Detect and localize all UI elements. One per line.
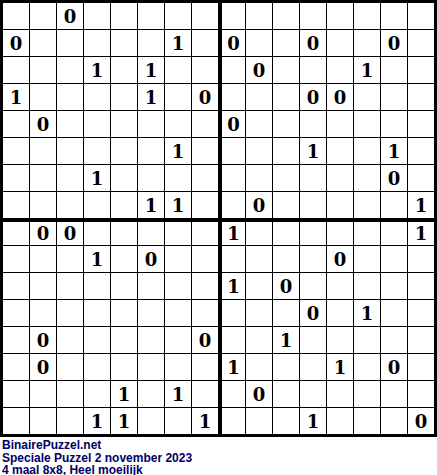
cell-r16c16: 0 — [408, 408, 434, 434]
cell-r12c12: 0 — [300, 300, 326, 326]
cell-r2c10[interactable] — [246, 30, 272, 56]
cell-r9c1[interactable] — [3, 219, 29, 245]
cell-r15c10: 0 — [246, 381, 272, 407]
cell-r10c6: 0 — [138, 246, 164, 272]
cell-r11c15[interactable] — [381, 273, 407, 299]
cell-r14c6[interactable] — [138, 354, 164, 380]
cell-r3c5[interactable] — [111, 57, 137, 83]
cell-r11c12[interactable] — [300, 273, 326, 299]
cell-r14c7[interactable] — [165, 354, 191, 380]
cell-r1c7[interactable] — [165, 3, 191, 29]
cell-r14c3[interactable] — [57, 354, 83, 380]
cell-r9c2: 0 — [30, 219, 56, 245]
cell-r9c15[interactable] — [381, 219, 407, 245]
cell-r16c8: 1 — [192, 408, 218, 434]
cell-r1c9[interactable] — [219, 3, 245, 29]
cell-r12c15[interactable] — [381, 300, 407, 326]
cell-r10c9[interactable] — [219, 246, 245, 272]
cell-r16c11[interactable] — [273, 408, 299, 434]
cell-r13c16[interactable] — [408, 327, 434, 353]
cell-r2c4[interactable] — [84, 30, 110, 56]
cell-r11c6[interactable] — [138, 273, 164, 299]
cell-r9c4[interactable] — [84, 219, 110, 245]
cell-r7c15: 0 — [381, 165, 407, 191]
cell-r12c1[interactable] — [3, 300, 29, 326]
cell-r4c15[interactable] — [381, 84, 407, 110]
cell-r15c7: 1 — [165, 381, 191, 407]
cell-r3c10: 0 — [246, 57, 272, 83]
cell-r13c13[interactable] — [327, 327, 353, 353]
cell-r9c13[interactable] — [327, 219, 353, 245]
cell-r2c5[interactable] — [111, 30, 137, 56]
cell-r16c2[interactable] — [30, 408, 56, 434]
cell-r14c13: 1 — [327, 354, 353, 380]
cell-r15c1[interactable] — [3, 381, 29, 407]
cell-r9c11[interactable] — [273, 219, 299, 245]
cell-r8c3[interactable] — [57, 192, 83, 218]
cell-r8c12[interactable] — [300, 192, 326, 218]
cell-r14c4[interactable] — [84, 354, 110, 380]
cell-r2c2[interactable] — [30, 30, 56, 56]
cell-r16c6[interactable] — [138, 408, 164, 434]
cell-r9c8[interactable] — [192, 219, 218, 245]
cell-r16c13[interactable] — [327, 408, 353, 434]
cell-r8c2[interactable] — [30, 192, 56, 218]
cell-r5c16[interactable] — [408, 111, 434, 137]
cell-r16c4: 1 — [84, 408, 110, 434]
cell-r3c14: 1 — [354, 57, 380, 83]
cell-r7c6[interactable] — [138, 165, 164, 191]
cell-r3c7[interactable] — [165, 57, 191, 83]
cell-r15c6[interactable] — [138, 381, 164, 407]
cell-r6c13[interactable] — [327, 138, 353, 164]
cell-r7c11[interactable] — [273, 165, 299, 191]
cell-r1c13[interactable] — [327, 3, 353, 29]
cell-r1c3: 0 — [57, 3, 83, 29]
cell-r8c6: 1 — [138, 192, 164, 218]
cell-r2c9: 0 — [219, 30, 245, 56]
cell-r7c13[interactable] — [327, 165, 353, 191]
cell-r3c12[interactable] — [300, 57, 326, 83]
cell-r14c14[interactable] — [354, 354, 380, 380]
cell-r12c6[interactable] — [138, 300, 164, 326]
cell-r14c12[interactable] — [300, 354, 326, 380]
cell-r3c4: 1 — [84, 57, 110, 83]
cell-r5c14[interactable] — [354, 111, 380, 137]
cell-r13c11: 1 — [273, 327, 299, 353]
cell-r11c5[interactable] — [111, 273, 137, 299]
cell-r6c10[interactable] — [246, 138, 272, 164]
cell-r6c6[interactable] — [138, 138, 164, 164]
cell-r6c12: 1 — [300, 138, 326, 164]
cell-r9c9: 1 — [219, 219, 245, 245]
cell-r1c10[interactable] — [246, 3, 272, 29]
cell-r2c12: 0 — [300, 30, 326, 56]
cell-r2c14[interactable] — [354, 30, 380, 56]
cell-r14c8[interactable] — [192, 354, 218, 380]
cell-r10c15[interactable] — [381, 246, 407, 272]
cell-r1c5[interactable] — [111, 3, 137, 29]
cell-r13c3[interactable] — [57, 327, 83, 353]
cell-r13c8: 0 — [192, 327, 218, 353]
cell-r4c1: 1 — [3, 84, 29, 110]
cell-r1c2[interactable] — [30, 3, 56, 29]
cell-r10c8[interactable] — [192, 246, 218, 272]
cell-r2c11[interactable] — [273, 30, 299, 56]
cell-r10c7[interactable] — [165, 246, 191, 272]
cell-r14c11[interactable] — [273, 354, 299, 380]
cell-r13c4[interactable] — [84, 327, 110, 353]
cell-r9c6[interactable] — [138, 219, 164, 245]
cell-r15c5: 1 — [111, 381, 137, 407]
cell-r14c1[interactable] — [3, 354, 29, 380]
cell-r16c5: 1 — [111, 408, 137, 434]
cell-r5c4[interactable] — [84, 111, 110, 137]
cell-r12c10[interactable] — [246, 300, 272, 326]
cell-r9c12[interactable] — [300, 219, 326, 245]
cell-r12c4[interactable] — [84, 300, 110, 326]
cell-r12c3[interactable] — [57, 300, 83, 326]
cell-r10c1[interactable] — [3, 246, 29, 272]
cell-r7c9[interactable] — [219, 165, 245, 191]
cell-r14c10[interactable] — [246, 354, 272, 380]
cell-r13c9[interactable] — [219, 327, 245, 353]
cell-r10c12[interactable] — [300, 246, 326, 272]
cell-r9c16: 1 — [408, 219, 434, 245]
cell-r2c6[interactable] — [138, 30, 164, 56]
cell-r3c8[interactable] — [192, 57, 218, 83]
cell-r4c3[interactable] — [57, 84, 83, 110]
cell-r8c1[interactable] — [3, 192, 29, 218]
cell-r2c13[interactable] — [327, 30, 353, 56]
cell-r10c10[interactable] — [246, 246, 272, 272]
cell-r4c7[interactable] — [165, 84, 191, 110]
cell-r16c3[interactable] — [57, 408, 83, 434]
cell-r16c12: 1 — [300, 408, 326, 434]
cell-r10c11[interactable] — [273, 246, 299, 272]
cell-r14c5[interactable] — [111, 354, 137, 380]
cell-r5c7[interactable] — [165, 111, 191, 137]
cell-r8c7: 1 — [165, 192, 191, 218]
cell-r5c6[interactable] — [138, 111, 164, 137]
cell-r4c9[interactable] — [219, 84, 245, 110]
cell-r16c9[interactable] — [219, 408, 245, 434]
cell-r16c15[interactable] — [381, 408, 407, 434]
cell-r3c11[interactable] — [273, 57, 299, 83]
cell-r13c5[interactable] — [111, 327, 137, 353]
cell-r10c13: 0 — [327, 246, 353, 272]
cell-r13c10[interactable] — [246, 327, 272, 353]
cell-r10c14[interactable] — [354, 246, 380, 272]
cell-r7c7[interactable] — [165, 165, 191, 191]
cell-r5c13[interactable] — [327, 111, 353, 137]
cell-r11c3[interactable] — [57, 273, 83, 299]
cell-r2c3[interactable] — [57, 30, 83, 56]
cell-r3c3[interactable] — [57, 57, 83, 83]
cell-r1c14[interactable] — [354, 3, 380, 29]
cell-r8c14[interactable] — [354, 192, 380, 218]
cell-r7c3[interactable] — [57, 165, 83, 191]
cell-r5c2: 0 — [30, 111, 56, 137]
cell-r11c8[interactable] — [192, 273, 218, 299]
cell-r4c8: 0 — [192, 84, 218, 110]
footer-puzzle-info: 4 maal 8x8, Heel moeilijk — [2, 464, 435, 475]
cell-r10c3[interactable] — [57, 246, 83, 272]
cell-r11c7[interactable] — [165, 273, 191, 299]
cell-r11c2[interactable] — [30, 273, 56, 299]
cell-r2c15: 0 — [381, 30, 407, 56]
cell-r14c16[interactable] — [408, 354, 434, 380]
cell-r7c16[interactable] — [408, 165, 434, 191]
cell-r3c13[interactable] — [327, 57, 353, 83]
cell-r13c14[interactable] — [354, 327, 380, 353]
cell-r12c8[interactable] — [192, 300, 218, 326]
cell-r11c14[interactable] — [354, 273, 380, 299]
cell-r5c5[interactable] — [111, 111, 137, 137]
cell-r13c6[interactable] — [138, 327, 164, 353]
cell-r7c10[interactable] — [246, 165, 272, 191]
cell-r15c16[interactable] — [408, 381, 434, 407]
cell-r15c8[interactable] — [192, 381, 218, 407]
cell-r6c4[interactable] — [84, 138, 110, 164]
cell-r11c9: 1 — [219, 273, 245, 299]
cell-r2c7: 1 — [165, 30, 191, 56]
puzzle-page: 0010001101110000011110110100111001001001… — [0, 0, 437, 475]
cell-r16c14[interactable] — [354, 408, 380, 434]
cell-r8c10: 0 — [246, 192, 272, 218]
cell-r6c2[interactable] — [30, 138, 56, 164]
cell-r6c5[interactable] — [111, 138, 137, 164]
cell-r10c5[interactable] — [111, 246, 137, 272]
cell-r1c11[interactable] — [273, 3, 299, 29]
cell-r5c12[interactable] — [300, 111, 326, 137]
cell-r3c15[interactable] — [381, 57, 407, 83]
cell-r16c7[interactable] — [165, 408, 191, 434]
cell-r12c14: 1 — [354, 300, 380, 326]
cell-r13c12[interactable] — [300, 327, 326, 353]
cell-r4c2[interactable] — [30, 84, 56, 110]
cell-r6c8[interactable] — [192, 138, 218, 164]
puzzle-board: 0010001101110000011110110100111001001001… — [0, 0, 437, 437]
cell-r4c11[interactable] — [273, 84, 299, 110]
cell-r11c13[interactable] — [327, 273, 353, 299]
cell-r10c2[interactable] — [30, 246, 56, 272]
cell-r13c2: 0 — [30, 327, 56, 353]
cell-r6c9[interactable] — [219, 138, 245, 164]
cell-r9c14[interactable] — [354, 219, 380, 245]
cell-r8c4[interactable] — [84, 192, 110, 218]
cell-r10c16[interactable] — [408, 246, 434, 272]
cell-r11c4[interactable] — [84, 273, 110, 299]
cell-r12c11[interactable] — [273, 300, 299, 326]
cell-r1c16[interactable] — [408, 3, 434, 29]
cell-r6c7: 1 — [165, 138, 191, 164]
cell-r14c9: 1 — [219, 354, 245, 380]
cell-r15c12[interactable] — [300, 381, 326, 407]
cell-r12c9[interactable] — [219, 300, 245, 326]
cell-r12c16[interactable] — [408, 300, 434, 326]
cell-r1c4[interactable] — [84, 3, 110, 29]
cell-r14c2: 0 — [30, 354, 56, 380]
cell-r4c12: 0 — [300, 84, 326, 110]
cell-r11c1[interactable] — [3, 273, 29, 299]
cell-r3c9[interactable] — [219, 57, 245, 83]
cell-r3c6: 1 — [138, 57, 164, 83]
cell-r8c16: 1 — [408, 192, 434, 218]
cell-r2c16[interactable] — [408, 30, 434, 56]
cell-r7c5[interactable] — [111, 165, 137, 191]
cell-r5c10[interactable] — [246, 111, 272, 137]
cell-r9c7[interactable] — [165, 219, 191, 245]
cell-r5c9: 0 — [219, 111, 245, 137]
cell-r14c15: 0 — [381, 354, 407, 380]
cell-r13c15[interactable] — [381, 327, 407, 353]
cell-r4c14[interactable] — [354, 84, 380, 110]
cell-r16c10[interactable] — [246, 408, 272, 434]
cell-r6c16[interactable] — [408, 138, 434, 164]
cell-r11c11: 0 — [273, 273, 299, 299]
cell-r7c8[interactable] — [192, 165, 218, 191]
cell-r8c13[interactable] — [327, 192, 353, 218]
cell-r7c1[interactable] — [3, 165, 29, 191]
cell-r7c12[interactable] — [300, 165, 326, 191]
cell-r4c10[interactable] — [246, 84, 272, 110]
cell-r4c13: 0 — [327, 84, 353, 110]
cell-r7c4: 1 — [84, 165, 110, 191]
cell-r12c13[interactable] — [327, 300, 353, 326]
cell-r16c1[interactable] — [3, 408, 29, 434]
cell-r13c7[interactable] — [165, 327, 191, 353]
cell-r5c8[interactable] — [192, 111, 218, 137]
cell-r1c12[interactable] — [300, 3, 326, 29]
cell-r15c3[interactable] — [57, 381, 83, 407]
cell-r8c5[interactable] — [111, 192, 137, 218]
cell-r15c11[interactable] — [273, 381, 299, 407]
cell-r6c3[interactable] — [57, 138, 83, 164]
cell-r15c4[interactable] — [84, 381, 110, 407]
cell-r2c8[interactable] — [192, 30, 218, 56]
cell-r13c1[interactable] — [3, 327, 29, 353]
cell-r12c2[interactable] — [30, 300, 56, 326]
cell-r5c15[interactable] — [381, 111, 407, 137]
cell-r6c1[interactable] — [3, 138, 29, 164]
cell-r11c10[interactable] — [246, 273, 272, 299]
cell-r15c2[interactable] — [30, 381, 56, 407]
cell-r1c15[interactable] — [381, 3, 407, 29]
cell-r8c9[interactable] — [219, 192, 245, 218]
cell-r9c10[interactable] — [246, 219, 272, 245]
cell-r6c11[interactable] — [273, 138, 299, 164]
cell-r15c14[interactable] — [354, 381, 380, 407]
cell-r12c5[interactable] — [111, 300, 137, 326]
cell-r15c15[interactable] — [381, 381, 407, 407]
cell-r6c15: 1 — [381, 138, 407, 164]
cell-r9c3: 0 — [57, 219, 83, 245]
cell-r15c9[interactable] — [219, 381, 245, 407]
cell-r11c16[interactable] — [408, 273, 434, 299]
cell-r8c15[interactable] — [381, 192, 407, 218]
cell-r12c7[interactable] — [165, 300, 191, 326]
cell-r10c4: 1 — [84, 246, 110, 272]
cell-r1c1[interactable] — [3, 3, 29, 29]
cell-r1c8[interactable] — [192, 3, 218, 29]
cell-r9c5[interactable] — [111, 219, 137, 245]
cell-r1c6[interactable] — [138, 3, 164, 29]
cell-r2c1: 0 — [3, 30, 29, 56]
cell-r3c16[interactable] — [408, 57, 434, 83]
cell-r7c14[interactable] — [354, 165, 380, 191]
cell-r5c1[interactable] — [3, 111, 29, 137]
footer-site-name: BinairePuzzel.net — [2, 439, 435, 452]
cell-r6c14[interactable] — [354, 138, 380, 164]
cell-r4c5[interactable] — [111, 84, 137, 110]
cell-r3c2[interactable] — [30, 57, 56, 83]
cell-r15c13[interactable] — [327, 381, 353, 407]
cell-r4c16[interactable] — [408, 84, 434, 110]
cell-r4c6: 1 — [138, 84, 164, 110]
cell-r3c1[interactable] — [3, 57, 29, 83]
cell-r8c11[interactable] — [273, 192, 299, 218]
cell-r8c8[interactable] — [192, 192, 218, 218]
cell-r4c4[interactable] — [84, 84, 110, 110]
cell-r5c11[interactable] — [273, 111, 299, 137]
footer: BinairePuzzel.net Speciale Puzzel 2 nove… — [0, 437, 437, 475]
cell-r5c3[interactable] — [57, 111, 83, 137]
cell-r7c2[interactable] — [30, 165, 56, 191]
